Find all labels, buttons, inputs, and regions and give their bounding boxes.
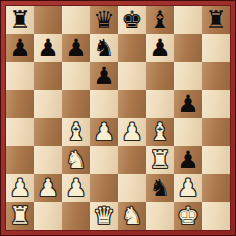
square-a3[interactable]: [6, 146, 34, 174]
board-frame: ♜♛♚♝♜♟♟♟♞♟♟♟♝♟♟♝♞♜♟♟♟♟♞♟♜♛♞♚: [0, 0, 236, 236]
square-e7[interactable]: [118, 34, 146, 62]
square-b4[interactable]: [34, 118, 62, 146]
black-rook[interactable]: ♜: [205, 6, 227, 34]
white-pawn[interactable]: ♟: [37, 174, 59, 202]
white-rook[interactable]: ♜: [9, 202, 31, 230]
black-king[interactable]: ♚: [121, 6, 143, 34]
square-d2[interactable]: [90, 174, 118, 202]
black-bishop[interactable]: ♝: [149, 6, 171, 34]
square-h2[interactable]: [202, 174, 230, 202]
black-knight[interactable]: ♞: [93, 34, 115, 62]
square-e4[interactable]: ♟: [118, 118, 146, 146]
square-c1[interactable]: [62, 202, 90, 230]
square-d6[interactable]: ♟: [90, 62, 118, 90]
square-g6[interactable]: [174, 62, 202, 90]
white-knight[interactable]: ♞: [65, 146, 87, 174]
square-f7[interactable]: ♟: [146, 34, 174, 62]
square-b6[interactable]: [34, 62, 62, 90]
black-pawn[interactable]: ♟: [177, 146, 199, 174]
square-g7[interactable]: [174, 34, 202, 62]
square-c3[interactable]: ♞: [62, 146, 90, 174]
white-pawn[interactable]: ♟: [65, 174, 87, 202]
black-pawn[interactable]: ♟: [9, 34, 31, 62]
square-f6[interactable]: [146, 62, 174, 90]
square-h5[interactable]: [202, 90, 230, 118]
square-d4[interactable]: ♟: [90, 118, 118, 146]
square-e2[interactable]: [118, 174, 146, 202]
square-f1[interactable]: [146, 202, 174, 230]
black-pawn[interactable]: ♟: [37, 34, 59, 62]
square-b2[interactable]: ♟: [34, 174, 62, 202]
square-a6[interactable]: [6, 62, 34, 90]
square-a7[interactable]: ♟: [6, 34, 34, 62]
square-c4[interactable]: ♝: [62, 118, 90, 146]
square-f3[interactable]: ♜: [146, 146, 174, 174]
black-queen[interactable]: ♛: [93, 6, 115, 34]
square-h6[interactable]: [202, 62, 230, 90]
square-e6[interactable]: [118, 62, 146, 90]
white-pawn[interactable]: ♟: [9, 174, 31, 202]
square-d8[interactable]: ♛: [90, 6, 118, 34]
square-c2[interactable]: ♟: [62, 174, 90, 202]
white-pawn[interactable]: ♟: [177, 174, 199, 202]
square-g4[interactable]: [174, 118, 202, 146]
square-h8[interactable]: ♜: [202, 6, 230, 34]
white-queen[interactable]: ♛: [93, 202, 115, 230]
square-a1[interactable]: ♜: [6, 202, 34, 230]
white-pawn[interactable]: ♟: [121, 118, 143, 146]
square-e5[interactable]: [118, 90, 146, 118]
square-b3[interactable]: [34, 146, 62, 174]
square-d5[interactable]: [90, 90, 118, 118]
white-bishop[interactable]: ♝: [149, 118, 171, 146]
square-b5[interactable]: [34, 90, 62, 118]
black-pawn[interactable]: ♟: [149, 34, 171, 62]
square-g3[interactable]: ♟: [174, 146, 202, 174]
square-f4[interactable]: ♝: [146, 118, 174, 146]
square-d3[interactable]: [90, 146, 118, 174]
square-b8[interactable]: [34, 6, 62, 34]
white-bishop[interactable]: ♝: [65, 118, 87, 146]
square-f5[interactable]: [146, 90, 174, 118]
black-knight[interactable]: ♞: [149, 174, 171, 202]
square-g8[interactable]: [174, 6, 202, 34]
square-h4[interactable]: [202, 118, 230, 146]
square-f2[interactable]: ♞: [146, 174, 174, 202]
square-b7[interactable]: ♟: [34, 34, 62, 62]
black-rook[interactable]: ♜: [9, 6, 31, 34]
square-e8[interactable]: ♚: [118, 6, 146, 34]
square-d1[interactable]: ♛: [90, 202, 118, 230]
white-pawn[interactable]: ♟: [93, 118, 115, 146]
square-c6[interactable]: [62, 62, 90, 90]
square-a4[interactable]: [6, 118, 34, 146]
square-c5[interactable]: [62, 90, 90, 118]
square-a2[interactable]: ♟: [6, 174, 34, 202]
square-c7[interactable]: ♟: [62, 34, 90, 62]
square-a5[interactable]: [6, 90, 34, 118]
square-b1[interactable]: [34, 202, 62, 230]
square-a8[interactable]: ♜: [6, 6, 34, 34]
white-king[interactable]: ♚: [177, 202, 199, 230]
square-g2[interactable]: ♟: [174, 174, 202, 202]
square-c8[interactable]: [62, 6, 90, 34]
square-h7[interactable]: [202, 34, 230, 62]
square-e3[interactable]: [118, 146, 146, 174]
square-f8[interactable]: ♝: [146, 6, 174, 34]
black-pawn[interactable]: ♟: [65, 34, 87, 62]
white-knight[interactable]: ♞: [121, 202, 143, 230]
square-h3[interactable]: [202, 146, 230, 174]
chess-board: ♜♛♚♝♜♟♟♟♞♟♟♟♝♟♟♝♞♜♟♟♟♟♞♟♜♛♞♚: [6, 6, 230, 230]
black-pawn[interactable]: ♟: [177, 90, 199, 118]
square-h1[interactable]: [202, 202, 230, 230]
black-pawn[interactable]: ♟: [93, 62, 115, 90]
square-g1[interactable]: ♚: [174, 202, 202, 230]
white-rook[interactable]: ♜: [149, 146, 171, 174]
square-d7[interactable]: ♞: [90, 34, 118, 62]
square-e1[interactable]: ♞: [118, 202, 146, 230]
square-g5[interactable]: ♟: [174, 90, 202, 118]
